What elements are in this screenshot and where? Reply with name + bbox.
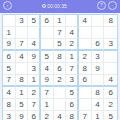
cell-r5c6[interactable]: 7 [66, 63, 79, 75]
cell-r4c2[interactable]: 4 [16, 51, 29, 63]
cell-r5c9[interactable] [104, 63, 117, 75]
cell-r1c8[interactable] [92, 15, 105, 27]
cell-r8c1[interactable]: 8 [3, 99, 16, 111]
cell-r8c3[interactable]: 7 [28, 99, 41, 111]
help-button[interactable]: ? [97, 1, 106, 10]
cell-r3c1[interactable]: 9 [3, 39, 16, 51]
cell-r6c7[interactable]: 6 [79, 75, 92, 87]
cell-r6c3[interactable]: 1 [28, 75, 41, 87]
cell-r1c6[interactable] [66, 15, 79, 27]
cell-r5c7[interactable]: 8 [79, 63, 92, 75]
cell-r2c5[interactable]: 7 [54, 27, 67, 39]
cell-r3c3[interactable]: 4 [28, 39, 41, 51]
sudoku-app-screen: ‹ 00:00:35 ? · 3561481749745263649581235… [0, 0, 120, 120]
cell-r5c2[interactable] [16, 63, 29, 75]
cell-r9c3[interactable]: 6 [28, 111, 41, 120]
cell-r4c7[interactable]: 2 [79, 51, 92, 63]
cell-r3c6[interactable]: 2 [66, 39, 79, 51]
cell-r2c6[interactable]: 4 [66, 27, 79, 39]
settings-button[interactable]: · [108, 1, 117, 10]
cell-r9c5[interactable]: 4 [54, 111, 67, 120]
cell-r3c5[interactable]: 5 [54, 39, 67, 51]
cell-r2c4[interactable] [41, 27, 54, 39]
cell-r5c8[interactable]: 9 [92, 63, 105, 75]
cell-r6c4[interactable]: 9 [41, 75, 54, 87]
cell-r7c8[interactable]: 8 [92, 87, 105, 99]
clock-icon [42, 4, 46, 8]
game-timer: 00:00:35 [42, 4, 66, 9]
cell-r4c1[interactable]: 6 [3, 51, 16, 63]
cell-r7c3[interactable]: 2 [28, 87, 41, 99]
cell-r9c8[interactable]: 1 [92, 111, 105, 120]
cell-r3c4[interactable] [41, 39, 54, 51]
cell-r5c3[interactable]: 3 [28, 63, 41, 75]
header-actions: ? · [97, 4, 117, 10]
cell-r7c1[interactable]: 4 [3, 87, 16, 99]
timer-value: 00:00:35 [47, 4, 66, 9]
cell-r5c5[interactable]: 6 [54, 63, 67, 75]
cell-r3c7[interactable] [79, 39, 92, 51]
back-button[interactable]: ‹ [3, 1, 12, 10]
cell-r4c4[interactable]: 5 [41, 51, 54, 63]
cell-r8c6[interactable]: 6 [66, 99, 79, 111]
cell-r7c9[interactable]: 6 [104, 87, 117, 99]
cell-r2c1[interactable]: 1 [3, 27, 16, 39]
cell-r1c1[interactable] [3, 15, 16, 27]
cell-r7c5[interactable] [54, 87, 67, 99]
cell-r6c2[interactable]: 8 [16, 75, 29, 87]
cell-r2c8[interactable] [92, 27, 105, 39]
cell-r9c9[interactable]: 5 [104, 111, 117, 120]
cell-r9c2[interactable]: 9 [16, 111, 29, 120]
cell-r5c1[interactable]: 5 [3, 63, 16, 75]
cell-r3c8[interactable]: 6 [92, 39, 105, 51]
cell-r7c6[interactable]: 5 [66, 87, 79, 99]
cell-r1c2[interactable]: 3 [16, 15, 29, 27]
cell-r8c8[interactable]: 4 [92, 99, 105, 111]
cell-r1c4[interactable]: 6 [41, 15, 54, 27]
cell-r6c8[interactable] [92, 75, 105, 87]
cell-r6c6[interactable]: 3 [66, 75, 79, 87]
cell-r9c6[interactable]: 8 [66, 111, 79, 120]
back-icon: ‹ [7, 3, 9, 8]
cell-r8c5[interactable] [54, 99, 67, 111]
cell-r7c2[interactable]: 1 [16, 87, 29, 99]
cell-r9c4[interactable]: 2 [41, 111, 54, 120]
cell-r8c7[interactable] [79, 99, 92, 111]
help-icon: ? [100, 3, 103, 8]
cell-r1c9[interactable]: 8 [104, 15, 117, 27]
cell-r1c7[interactable]: 4 [79, 15, 92, 27]
cell-r6c5[interactable]: 2 [54, 75, 67, 87]
cell-r3c2[interactable]: 7 [16, 39, 29, 51]
cell-r6c9[interactable]: 4 [104, 75, 117, 87]
cell-r2c2[interactable] [16, 27, 29, 39]
cell-r2c3[interactable] [28, 27, 41, 39]
cell-r4c8[interactable]: 3 [92, 51, 105, 63]
cell-r4c6[interactable]: 1 [66, 51, 79, 63]
cell-r1c3[interactable]: 5 [28, 15, 41, 27]
cell-r5c4[interactable]: 4 [41, 63, 54, 75]
cell-r1c5[interactable]: 1 [54, 15, 67, 27]
cell-r9c1[interactable]: 3 [3, 111, 16, 120]
cell-r4c9[interactable] [104, 51, 117, 63]
cell-r7c4[interactable]: 7 [41, 87, 54, 99]
cell-r3c9[interactable]: 3 [104, 39, 117, 51]
cell-r8c4[interactable]: 1 [41, 99, 54, 111]
cell-r8c2[interactable]: 5 [16, 99, 29, 111]
top-bar: ‹ 00:00:35 ? · [0, 0, 120, 13]
sudoku-board: 3561481749745263649581235346789781923644… [2, 14, 118, 120]
cell-r2c9[interactable] [104, 27, 117, 39]
cell-r9c7[interactable]: 7 [79, 111, 92, 120]
settings-icon: · [112, 3, 114, 8]
cell-r8c9[interactable]: 2 [104, 99, 117, 111]
cell-r6c1[interactable]: 7 [3, 75, 16, 87]
cell-r4c3[interactable]: 9 [28, 51, 41, 63]
cell-r4c5[interactable]: 8 [54, 51, 67, 63]
cell-r2c7[interactable] [79, 27, 92, 39]
cell-r7c7[interactable] [79, 87, 92, 99]
